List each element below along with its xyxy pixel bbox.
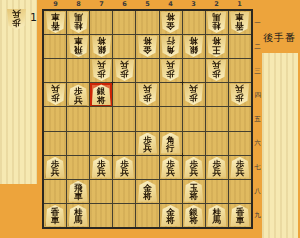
- piece-gote-knight-81[interactable]: 桂馬: [69, 12, 88, 33]
- square-44[interactable]: [160, 83, 182, 106]
- piece-kanji: 角: [166, 46, 175, 55]
- square-76[interactable]: [90, 132, 112, 155]
- square-85[interactable]: [67, 107, 89, 130]
- square-13[interactable]: [229, 59, 251, 82]
- square-34[interactable]: 歩兵: [183, 83, 205, 106]
- piece-kanji: 飛: [74, 46, 83, 55]
- square-35[interactable]: [183, 107, 205, 130]
- square-45[interactable]: [160, 107, 182, 130]
- piece-kanji: 歩: [97, 70, 106, 79]
- piece-kanji: 銀: [97, 46, 106, 55]
- square-78[interactable]: [90, 180, 112, 203]
- square-26[interactable]: [206, 132, 228, 155]
- piece-gote-knight-21[interactable]: 桂馬: [207, 12, 226, 33]
- piece-kanji: 兵: [97, 168, 106, 177]
- piece-gote-pawn-43[interactable]: 歩兵: [161, 60, 180, 81]
- piece-gote-lance-91[interactable]: 香車: [46, 12, 65, 33]
- piece-sente-king-38[interactable]: 玉将: [184, 181, 203, 202]
- square-42[interactable]: 角行: [160, 35, 182, 58]
- square-98[interactable]: [44, 180, 66, 203]
- piece-kanji: 歩: [120, 70, 129, 79]
- file-label-9: 9: [44, 0, 67, 9]
- piece-sente-rook-88[interactable]: 飛車: [69, 181, 88, 202]
- gote-hand-tray: 歩兵 1: [0, 0, 37, 184]
- square-39[interactable]: 銀将: [183, 204, 205, 227]
- square-55[interactable]: [136, 107, 158, 130]
- piece-gote-pawn-94[interactable]: 歩兵: [46, 84, 65, 105]
- piece-kanji: 馬: [74, 216, 83, 225]
- file-label-7: 7: [90, 0, 113, 9]
- piece-kanji: 将: [189, 216, 198, 225]
- rank-label-4: 四: [253, 83, 262, 107]
- rank-label-6: 六: [253, 131, 262, 155]
- piece-kanji: 王: [213, 46, 222, 55]
- square-23[interactable]: 歩兵: [206, 59, 228, 82]
- piece-kanji: 将: [213, 37, 222, 46]
- square-63[interactable]: 歩兵: [113, 59, 135, 82]
- square-56[interactable]: 歩兵: [136, 132, 158, 155]
- piece-kanji: 車: [236, 216, 245, 225]
- square-79[interactable]: [90, 204, 112, 227]
- piece-kanji: 行: [166, 144, 175, 153]
- piece-kanji: 兵: [97, 61, 106, 70]
- square-99[interactable]: 香車: [44, 204, 66, 227]
- piece-sente-pawn-84[interactable]: 歩兵: [69, 84, 88, 105]
- piece-kanji: 将: [166, 13, 175, 22]
- piece-kanji: 車: [51, 13, 60, 22]
- piece-kanji: 車: [236, 13, 245, 22]
- rank-label-1: 一: [253, 11, 262, 35]
- board: 香車桂馬金将桂馬香車飛車銀将金将角行銀将王将歩兵歩兵歩兵歩兵歩兵歩兵銀将歩兵歩兵…: [42, 9, 253, 229]
- square-11[interactable]: 香車: [229, 11, 251, 34]
- turn-indicator: 後手番: [263, 31, 296, 45]
- piece-kanji: 将: [97, 37, 106, 46]
- piece-kanji: 歩: [166, 70, 175, 79]
- square-86[interactable]: [67, 132, 89, 155]
- sente-hand-tray: [262, 53, 298, 238]
- piece-gote-king-22[interactable]: 王将: [207, 36, 226, 57]
- piece-kanji: 銀: [189, 46, 198, 55]
- square-64[interactable]: [113, 83, 135, 106]
- piece-kanji: 兵: [120, 61, 129, 70]
- piece-kanji: 兵: [51, 168, 60, 177]
- piece-sente-pawn-47[interactable]: 歩兵: [161, 157, 180, 178]
- piece-sente-silver-39[interactable]: 銀将: [184, 205, 203, 226]
- square-82[interactable]: 飛車: [67, 35, 89, 58]
- square-73[interactable]: 歩兵: [90, 59, 112, 82]
- square-72[interactable]: 銀将: [90, 35, 112, 58]
- square-84[interactable]: 歩兵: [67, 83, 89, 106]
- square-66[interactable]: [113, 132, 135, 155]
- piece-gote-gold-52[interactable]: 金将: [138, 36, 157, 57]
- piece-sente-knight-89[interactable]: 桂馬: [69, 205, 88, 226]
- square-21[interactable]: 桂馬: [206, 11, 228, 34]
- piece-kanji: 兵: [166, 61, 175, 70]
- piece-kanji: 車: [51, 216, 60, 225]
- square-15[interactable]: [229, 107, 251, 130]
- square-62[interactable]: [113, 35, 135, 58]
- square-48[interactable]: [160, 180, 182, 203]
- piece-kanji: 兵: [12, 10, 21, 19]
- file-label-3: 3: [182, 0, 205, 9]
- square-91[interactable]: 香車: [44, 11, 66, 34]
- piece-kanji: 兵: [189, 168, 198, 177]
- piece-kanji: 兵: [213, 168, 222, 177]
- square-41[interactable]: 金将: [160, 11, 182, 34]
- square-22[interactable]: 王将: [206, 35, 228, 58]
- piece-kanji: 兵: [166, 168, 175, 177]
- piece-kanji: 将: [189, 192, 198, 201]
- file-label-2: 2: [205, 0, 228, 9]
- square-19[interactable]: 香車: [229, 204, 251, 227]
- piece-kanji: 桂: [213, 22, 222, 31]
- file-label-8: 8: [67, 0, 90, 9]
- piece-sente-pawn-17[interactable]: 歩兵: [230, 157, 249, 178]
- square-31[interactable]: [183, 11, 205, 34]
- square-74[interactable]: 銀将: [90, 83, 112, 106]
- file-label-1: 1: [228, 0, 251, 9]
- square-29[interactable]: 桂馬: [206, 204, 228, 227]
- square-97[interactable]: 歩兵: [44, 156, 66, 179]
- square-57[interactable]: [136, 156, 158, 179]
- piece-kanji: 兵: [236, 85, 245, 94]
- piece-kanji: 歩: [236, 94, 245, 103]
- square-12[interactable]: [229, 35, 251, 58]
- piece-kanji: 歩: [189, 94, 198, 103]
- rank-label-7: 七: [253, 155, 262, 179]
- piece-sente-silver-74[interactable]: 銀将: [92, 84, 111, 105]
- piece-kanji: 歩: [51, 94, 60, 103]
- piece-gote-pawn-73[interactable]: 歩兵: [92, 60, 111, 81]
- piece-sente-pawn-37[interactable]: 歩兵: [184, 157, 203, 178]
- square-18[interactable]: [229, 180, 251, 203]
- square-93[interactable]: [44, 59, 66, 82]
- square-83[interactable]: [67, 59, 89, 82]
- square-77[interactable]: 歩兵: [90, 156, 112, 179]
- square-25[interactable]: [206, 107, 228, 130]
- piece-kanji: 将: [143, 192, 152, 201]
- square-87[interactable]: [67, 156, 89, 179]
- piece-gote-silver-32[interactable]: 銀将: [184, 36, 203, 57]
- piece-gote-bishop-42[interactable]: 角行: [161, 36, 180, 57]
- piece-sente-lance-19[interactable]: 香車: [230, 205, 249, 226]
- piece-gote-pawn-34[interactable]: 歩兵: [184, 84, 203, 105]
- piece-sente-pawn-56[interactable]: 歩兵: [138, 133, 157, 154]
- square-75[interactable]: [90, 107, 112, 130]
- square-51[interactable]: [136, 11, 158, 34]
- piece-sente-pawn-97[interactable]: 歩兵: [46, 157, 65, 178]
- piece-gote-pawn-14[interactable]: 歩兵: [230, 84, 249, 105]
- file-labels: 987654321: [44, 0, 251, 9]
- piece-kanji: 兵: [74, 96, 83, 105]
- square-49[interactable]: 金将: [160, 204, 182, 227]
- piece-gote-pawn[interactable]: 歩兵: [7, 9, 26, 30]
- piece-kanji: 兵: [213, 61, 222, 70]
- square-67[interactable]: 歩兵: [113, 156, 135, 179]
- square-38[interactable]: 玉将: [183, 180, 205, 203]
- piece-sente-lance-99[interactable]: 香車: [46, 205, 65, 226]
- square-47[interactable]: 歩兵: [160, 156, 182, 179]
- piece-gote-gold-41[interactable]: 金将: [161, 12, 180, 33]
- piece-kanji: 兵: [120, 168, 129, 177]
- square-17[interactable]: 歩兵: [229, 156, 251, 179]
- piece-gote-pawn-23[interactable]: 歩兵: [207, 60, 226, 81]
- square-32[interactable]: 銀将: [183, 35, 205, 58]
- square-24[interactable]: [206, 83, 228, 106]
- square-16[interactable]: [229, 132, 251, 155]
- square-58[interactable]: 金将: [136, 180, 158, 203]
- rank-label-5: 五: [253, 107, 262, 131]
- square-36[interactable]: [183, 132, 205, 155]
- piece-sente-pawn-67[interactable]: 歩兵: [115, 157, 134, 178]
- piece-kanji: 歩: [12, 19, 21, 28]
- rank-label-9: 九: [253, 203, 262, 227]
- square-96[interactable]: [44, 132, 66, 155]
- piece-gote-pawn-63[interactable]: 歩兵: [115, 60, 134, 81]
- piece-sente-gold-58[interactable]: 金将: [138, 181, 157, 202]
- rank-label-2: 二: [253, 35, 262, 59]
- square-95[interactable]: [44, 107, 66, 130]
- piece-kanji: 兵: [51, 85, 60, 94]
- piece-kanji: 馬: [74, 13, 83, 22]
- piece-kanji: 歩: [213, 70, 222, 79]
- file-label-5: 5: [136, 0, 159, 9]
- file-label-4: 4: [159, 0, 182, 9]
- square-46[interactable]: 角行: [160, 132, 182, 155]
- square-33[interactable]: [183, 59, 205, 82]
- shogi-app: 歩兵 1 987654321 一二三四五六七八九 香車桂馬金将桂馬香車飛車銀将金…: [0, 0, 300, 238]
- square-68[interactable]: [113, 180, 135, 203]
- piece-gote-rook-82[interactable]: 飛車: [69, 36, 88, 57]
- file-label-6: 6: [113, 0, 136, 9]
- piece-sente-knight-29[interactable]: 桂馬: [207, 205, 226, 226]
- gote-hand-pawn-count: 1: [30, 11, 37, 24]
- square-59[interactable]: [136, 204, 158, 227]
- piece-kanji: 馬: [213, 13, 222, 22]
- square-52[interactable]: 金将: [136, 35, 158, 58]
- piece-kanji: 金: [143, 46, 152, 55]
- square-69[interactable]: [113, 204, 135, 227]
- piece-sente-pawn-77[interactable]: 歩兵: [92, 157, 111, 178]
- piece-kanji: 香: [236, 22, 245, 31]
- square-71[interactable]: [90, 11, 112, 34]
- piece-kanji: 兵: [189, 85, 198, 94]
- piece-kanji: 兵: [143, 85, 152, 94]
- piece-kanji: 歩: [143, 94, 152, 103]
- rank-label-8: 八: [253, 179, 262, 203]
- square-54[interactable]: 歩兵: [136, 83, 158, 106]
- piece-kanji: 将: [166, 216, 175, 225]
- piece-kanji: 兵: [236, 168, 245, 177]
- square-37[interactable]: 歩兵: [183, 156, 205, 179]
- square-14[interactable]: 歩兵: [229, 83, 251, 106]
- square-65[interactable]: [113, 107, 135, 130]
- square-81[interactable]: 桂馬: [67, 11, 89, 34]
- square-88[interactable]: 飛車: [67, 180, 89, 203]
- square-28[interactable]: [206, 180, 228, 203]
- piece-sente-gold-49[interactable]: 金将: [161, 205, 180, 226]
- square-61[interactable]: [113, 11, 135, 34]
- piece-sente-pawn-27[interactable]: 歩兵: [207, 157, 226, 178]
- piece-kanji: 金: [166, 22, 175, 31]
- square-27[interactable]: 歩兵: [206, 156, 228, 179]
- rank-label-3: 三: [253, 59, 262, 83]
- piece-kanji: 馬: [213, 216, 222, 225]
- square-94[interactable]: 歩兵: [44, 83, 66, 106]
- rank-labels: 一二三四五六七八九: [253, 11, 262, 227]
- piece-kanji: 将: [189, 37, 198, 46]
- square-89[interactable]: 桂馬: [67, 204, 89, 227]
- piece-gote-pawn-54[interactable]: 歩兵: [138, 84, 157, 105]
- piece-kanji: 兵: [143, 144, 152, 153]
- gote-hand-piece-pawn[interactable]: 歩兵: [7, 9, 26, 30]
- square-53[interactable]: [136, 59, 158, 82]
- piece-kanji: 桂: [74, 22, 83, 31]
- piece-gote-lance-11[interactable]: 香車: [230, 12, 249, 33]
- piece-sente-bishop-46[interactable]: 角行: [161, 133, 180, 154]
- piece-kanji: 香: [51, 22, 60, 31]
- piece-kanji: 車: [74, 192, 83, 201]
- square-92[interactable]: [44, 35, 66, 58]
- square-43[interactable]: 歩兵: [160, 59, 182, 82]
- piece-kanji: 行: [166, 37, 175, 46]
- piece-kanji: 将: [143, 37, 152, 46]
- piece-kanji: 車: [74, 37, 83, 46]
- piece-kanji: 将: [97, 96, 106, 105]
- piece-gote-silver-72[interactable]: 銀将: [92, 36, 111, 57]
